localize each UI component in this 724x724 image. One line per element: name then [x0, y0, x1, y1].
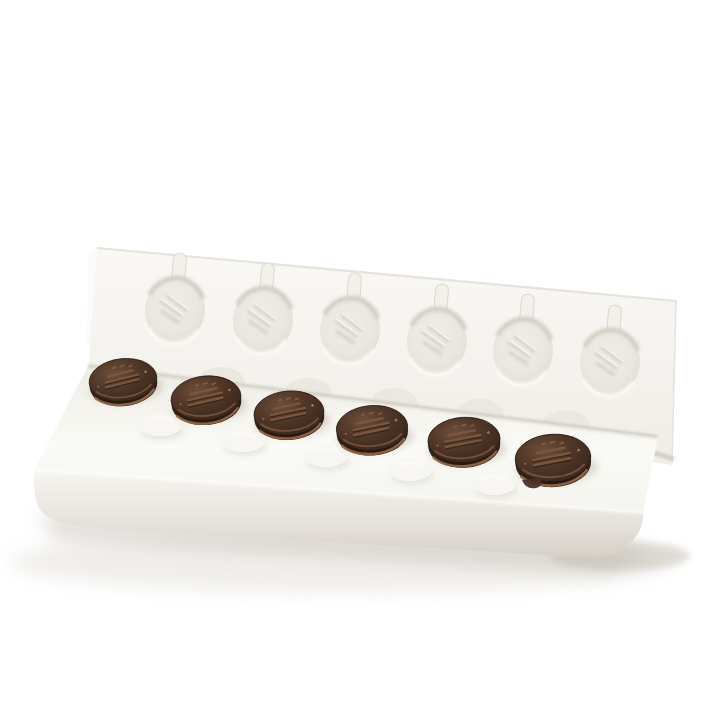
mould-photo-canvas: Product photo of an open white silicone … — [0, 0, 724, 724]
product-photo: Product photo of an open white silicone … — [0, 0, 724, 724]
